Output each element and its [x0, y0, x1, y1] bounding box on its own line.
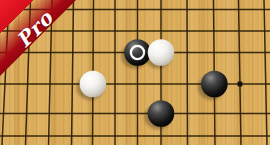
star-point	[238, 82, 243, 87]
grid-vertical-line	[264, 0, 267, 145]
grid-vertical-line	[187, 0, 188, 145]
black-stone	[201, 71, 228, 98]
white-stone	[148, 39, 175, 66]
go-app-banner: Pro	[0, 0, 270, 145]
grid-vertical-line	[239, 0, 242, 145]
black-stone	[148, 100, 175, 127]
grid-vertical-line	[72, 0, 74, 145]
star-points	[238, 82, 243, 87]
white-stone	[80, 71, 107, 98]
